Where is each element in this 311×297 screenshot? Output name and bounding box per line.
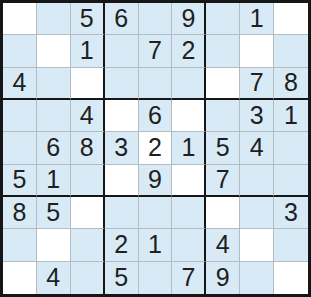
cell-r6c8[interactable]: [240, 165, 274, 197]
given-digit: 2: [181, 38, 195, 64]
cell-r2c3[interactable]: 1: [71, 35, 105, 67]
cell-r7c5[interactable]: [139, 197, 173, 229]
cell-r3c2[interactable]: [37, 68, 71, 100]
cell-r1c6[interactable]: 9: [172, 3, 206, 35]
cell-r5c1[interactable]: [3, 132, 37, 164]
cell-r3c4[interactable]: [105, 68, 139, 100]
cell-r5c3[interactable]: 8: [71, 132, 105, 164]
cell-r5c5[interactable]: 2: [139, 132, 173, 164]
cell-r1c1[interactable]: [3, 3, 37, 35]
cell-r5c7[interactable]: 5: [206, 132, 240, 164]
given-digit: 1: [250, 6, 264, 32]
cell-r9c4[interactable]: 5: [105, 262, 139, 294]
given-digit: 7: [148, 38, 162, 64]
cell-r4c7[interactable]: [206, 100, 240, 132]
cell-r7c6[interactable]: [172, 197, 206, 229]
cell-r7c8[interactable]: [240, 197, 274, 229]
given-digit: 1: [46, 167, 60, 193]
cell-r1c4[interactable]: 6: [105, 3, 139, 35]
cell-r3c3[interactable]: [71, 68, 105, 100]
cell-r7c1[interactable]: 8: [3, 197, 37, 229]
cell-r3c6[interactable]: [172, 68, 206, 100]
cell-r2c7[interactable]: [206, 35, 240, 67]
cell-r4c9[interactable]: 1: [274, 100, 308, 132]
cell-r5c6[interactable]: 1: [172, 132, 206, 164]
given-digit: 9: [148, 167, 162, 193]
cell-r2c1[interactable]: [3, 35, 37, 67]
cell-r4c8[interactable]: 3: [240, 100, 274, 132]
cell-r8c1[interactable]: [3, 229, 37, 261]
cell-r9c1[interactable]: [3, 262, 37, 294]
given-digit: 3: [250, 103, 264, 129]
cell-r6c7[interactable]: 7: [206, 165, 240, 197]
cell-r7c4[interactable]: [105, 197, 139, 229]
cell-r9c7[interactable]: 9: [206, 262, 240, 294]
sudoku-board: 56911724784631683215451978532144579: [0, 0, 311, 297]
cell-r4c6[interactable]: [172, 100, 206, 132]
cell-r2c5[interactable]: 7: [139, 35, 173, 67]
cell-r8c7[interactable]: 4: [206, 229, 240, 261]
cell-r8c9[interactable]: [274, 229, 308, 261]
cell-r2c8[interactable]: [240, 35, 274, 67]
given-digit: 6: [46, 135, 60, 161]
given-digit: 8: [12, 200, 26, 226]
cell-r1c8[interactable]: 1: [240, 3, 274, 35]
cell-r6c3[interactable]: [71, 165, 105, 197]
cell-r1c3[interactable]: 5: [71, 3, 105, 35]
cell-r2c9[interactable]: [274, 35, 308, 67]
cell-r5c2[interactable]: 6: [37, 132, 71, 164]
given-digit: 1: [80, 38, 94, 64]
given-digit: 4: [12, 70, 26, 96]
cell-r8c2[interactable]: [37, 229, 71, 261]
cell-r8c8[interactable]: [240, 229, 274, 261]
given-digit: 6: [114, 6, 128, 32]
cell-r9c3[interactable]: [71, 262, 105, 294]
given-digit: 1: [284, 103, 298, 129]
cell-r4c2[interactable]: [37, 100, 71, 132]
given-digit: 4: [80, 103, 94, 129]
given-digit: 7: [181, 265, 195, 291]
cell-r3c8[interactable]: 7: [240, 68, 274, 100]
cell-r4c3[interactable]: 4: [71, 100, 105, 132]
cell-r2c2[interactable]: [37, 35, 71, 67]
given-digit: 4: [46, 265, 60, 291]
cell-r9c8[interactable]: [240, 262, 274, 294]
given-digit: 5: [80, 6, 94, 32]
cell-r6c6[interactable]: [172, 165, 206, 197]
cell-r5c4[interactable]: 3: [105, 132, 139, 164]
given-digit: 2: [148, 135, 162, 161]
given-digit: 1: [181, 135, 195, 161]
cell-r7c2[interactable]: 5: [37, 197, 71, 229]
cell-r6c1[interactable]: 5: [3, 165, 37, 197]
cell-r6c4[interactable]: [105, 165, 139, 197]
cell-r9c5[interactable]: [139, 262, 173, 294]
cell-r4c1[interactable]: [3, 100, 37, 132]
given-digit: 5: [46, 200, 60, 226]
cell-r9c2[interactable]: 4: [37, 262, 71, 294]
cell-r1c2[interactable]: [37, 3, 71, 35]
given-digit: 5: [216, 135, 230, 161]
given-digit: 2: [114, 232, 128, 258]
cell-r2c4[interactable]: [105, 35, 139, 67]
cell-r3c7[interactable]: [206, 68, 240, 100]
cell-r5c9[interactable]: [274, 132, 308, 164]
given-digit: 8: [80, 135, 94, 161]
cell-r8c5[interactable]: 1: [139, 229, 173, 261]
cell-r6c9[interactable]: [274, 165, 308, 197]
cell-r6c2[interactable]: 1: [37, 165, 71, 197]
cell-r4c5[interactable]: 6: [139, 100, 173, 132]
given-digit: 4: [250, 135, 264, 161]
given-digit: 9: [181, 6, 195, 32]
cell-r5c8[interactable]: 4: [240, 132, 274, 164]
cell-r1c7[interactable]: [206, 3, 240, 35]
given-digit: 9: [216, 265, 230, 291]
given-digit: 4: [216, 232, 230, 258]
cell-r1c5[interactable]: [139, 3, 173, 35]
cell-r7c3[interactable]: [71, 197, 105, 229]
cell-r7c7[interactable]: [206, 197, 240, 229]
given-digit: 7: [250, 70, 264, 96]
cell-r4c4[interactable]: [105, 100, 139, 132]
cell-r7c9[interactable]: 3: [274, 197, 308, 229]
given-digit: 3: [284, 200, 298, 226]
given-digit: 5: [12, 167, 26, 193]
given-digit: 8: [284, 70, 298, 96]
given-digit: 7: [216, 167, 230, 193]
cell-r3c1[interactable]: 4: [3, 68, 37, 100]
cell-r8c4[interactable]: 2: [105, 229, 139, 261]
cell-r2c6[interactable]: 2: [172, 35, 206, 67]
cell-r8c3[interactable]: [71, 229, 105, 261]
cell-r1c9[interactable]: [274, 3, 308, 35]
given-digit: 6: [148, 103, 162, 129]
given-digit: 1: [148, 232, 162, 258]
cell-r3c9[interactable]: 8: [274, 68, 308, 100]
cell-r6c5[interactable]: 9: [139, 165, 173, 197]
given-digit: 3: [114, 135, 128, 161]
cell-r9c6[interactable]: 7: [172, 262, 206, 294]
cell-r8c6[interactable]: [172, 229, 206, 261]
cell-r3c5[interactable]: [139, 68, 173, 100]
given-digit: 5: [114, 265, 128, 291]
cell-r9c9[interactable]: [274, 262, 308, 294]
